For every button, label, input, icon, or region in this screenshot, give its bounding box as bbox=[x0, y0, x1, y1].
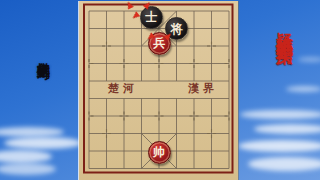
cloud bbox=[240, 110, 320, 119]
cloud bbox=[0, 127, 64, 137]
cloud bbox=[238, 140, 320, 152]
cloud bbox=[298, 57, 320, 62]
piece-black-advisor[interactable]: 士 bbox=[140, 6, 163, 29]
cloud bbox=[0, 163, 56, 175]
caption-text: 疑难绝妙实用 bbox=[273, 18, 296, 38]
board-intersections[interactable]: 士将兵帅 bbox=[80, 2, 238, 177]
piece-red-general[interactable]: 帅 bbox=[148, 141, 171, 164]
video-frame: 象棋刘正哥 疑难绝妙实用 楚河 漢界 士将兵帅 bbox=[0, 0, 320, 180]
cloud bbox=[248, 157, 320, 171]
cloud bbox=[0, 150, 52, 163]
channel-title: 象棋刘正哥 bbox=[34, 51, 52, 59]
xiangqi-board[interactable]: 楚河 漢界 士将兵帅 bbox=[79, 1, 238, 180]
cloud bbox=[286, 86, 320, 92]
cloud bbox=[254, 124, 320, 134]
cloud bbox=[4, 137, 82, 149]
